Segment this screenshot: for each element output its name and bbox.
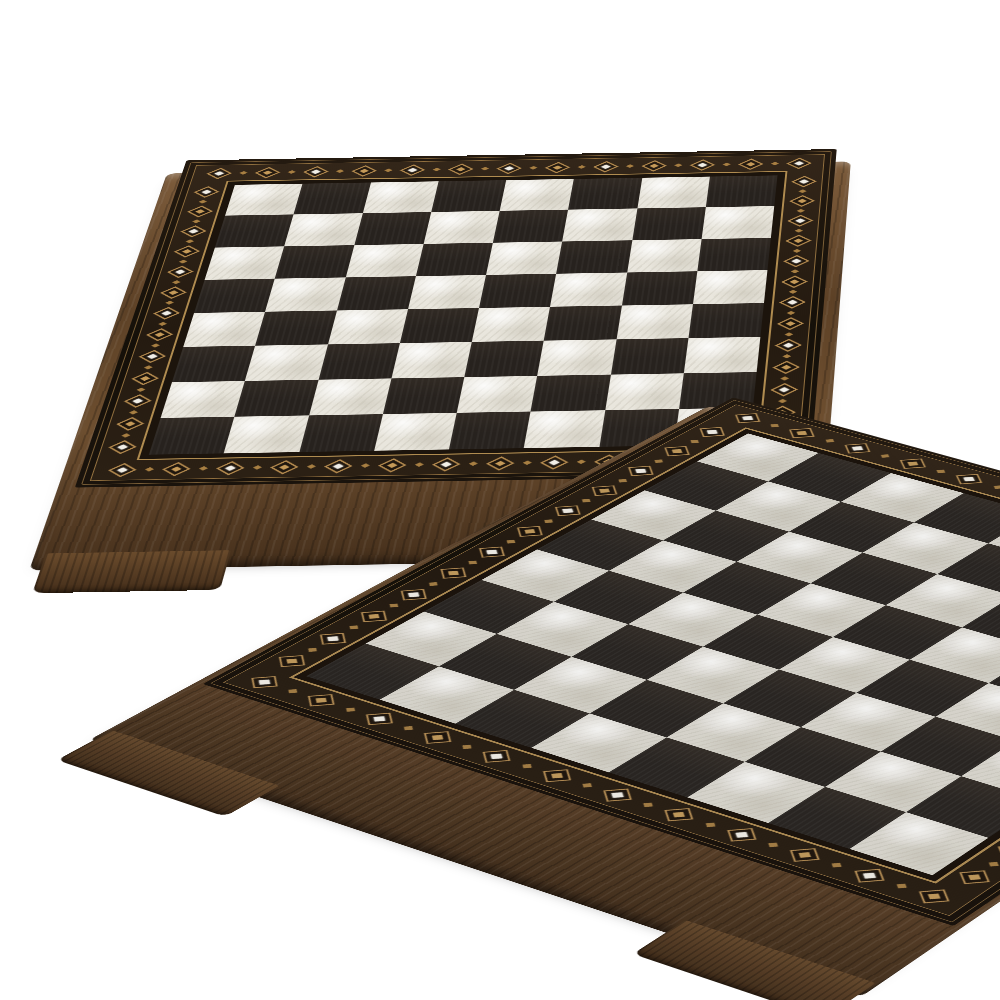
inlay-diamond-icon bbox=[361, 611, 387, 623]
square-a1 bbox=[149, 417, 235, 455]
inlay-dot-icon bbox=[770, 162, 778, 166]
inlay-dot-icon bbox=[192, 219, 200, 223]
inlay-dot-icon bbox=[349, 626, 358, 630]
inlay-diamond-icon bbox=[145, 328, 172, 341]
inlay-diamond-icon bbox=[555, 506, 581, 517]
inlay-dot-icon bbox=[198, 466, 207, 470]
inlay-dot-icon bbox=[186, 239, 194, 243]
inlay-diamond-icon bbox=[483, 750, 511, 763]
inlay-diamond-icon bbox=[123, 394, 151, 408]
inlay-dot-icon bbox=[674, 163, 682, 167]
inlay-dot-icon bbox=[896, 884, 906, 889]
inlay-dot-icon bbox=[287, 170, 295, 174]
inlay-diamond-icon bbox=[727, 828, 756, 841]
inlay-diamond-icon bbox=[424, 731, 452, 744]
inlay-dot-icon bbox=[577, 165, 585, 169]
square-b1 bbox=[224, 415, 309, 453]
square-b6 bbox=[275, 245, 354, 279]
inlay-dot-icon bbox=[545, 519, 554, 523]
inlay-diamond-icon bbox=[324, 459, 352, 473]
inlay-dot-icon bbox=[625, 164, 633, 168]
inlay-diamond-icon bbox=[689, 159, 714, 170]
inlay-dot-icon bbox=[289, 689, 298, 693]
inlay-diamond-icon bbox=[270, 460, 298, 474]
inlay-dot-icon bbox=[705, 823, 715, 827]
inlay-diamond-icon bbox=[138, 350, 165, 363]
inlay-diamond-icon bbox=[440, 568, 466, 579]
inlay-dot-icon bbox=[308, 648, 317, 652]
inlay-dot-icon bbox=[129, 410, 138, 414]
square-a2 bbox=[161, 381, 246, 418]
inlay-dot-icon bbox=[937, 470, 946, 473]
inlay-dot-icon bbox=[252, 465, 261, 469]
inlay-diamond-icon bbox=[162, 462, 190, 476]
inlay-dot-icon bbox=[239, 171, 247, 175]
inlay-diamond-icon bbox=[628, 466, 654, 476]
inlay-diamond-icon bbox=[206, 168, 231, 179]
inlay-dot-icon bbox=[881, 454, 890, 457]
inlay-dot-icon bbox=[429, 582, 438, 586]
inlay-diamond-icon bbox=[956, 474, 983, 484]
inlay-diamond-icon bbox=[544, 162, 569, 173]
inlay-diamond-icon bbox=[786, 157, 811, 168]
inlay-diamond-icon bbox=[592, 485, 618, 496]
inlay-diamond-icon bbox=[187, 206, 213, 218]
inlay-diamond-icon bbox=[900, 459, 926, 469]
inlay-diamond-icon bbox=[108, 463, 136, 477]
inlay-dot-icon bbox=[144, 467, 153, 471]
inlay-diamond-icon bbox=[699, 427, 724, 437]
chessboard-front bbox=[388, 192, 1000, 1000]
inlay-diamond-icon bbox=[366, 713, 393, 725]
inlay-diamond-icon bbox=[401, 589, 427, 600]
inlay-diamond-icon bbox=[251, 676, 278, 688]
inlay-diamond-icon bbox=[399, 164, 424, 175]
inlay-diamond-icon bbox=[959, 870, 990, 884]
inlay-dot-icon bbox=[529, 166, 537, 170]
inlay-diamond-icon bbox=[665, 808, 694, 821]
inlay-diamond-icon bbox=[216, 461, 244, 475]
inlay-diamond-icon bbox=[193, 186, 219, 198]
inlay-diamond-icon bbox=[254, 167, 279, 178]
inlay-diamond-icon bbox=[153, 307, 180, 320]
board-foot-left bbox=[32, 550, 231, 593]
inlay-diamond-icon bbox=[131, 372, 159, 385]
inlay-dot-icon bbox=[481, 167, 489, 171]
square-b3 bbox=[245, 345, 327, 381]
inlay-diamond-icon bbox=[496, 163, 521, 174]
inlay-diamond-icon bbox=[593, 161, 618, 172]
square-a5 bbox=[194, 279, 275, 313]
square-a8 bbox=[225, 184, 303, 216]
square-b4 bbox=[255, 310, 336, 345]
square-b7 bbox=[284, 213, 362, 246]
inlay-dot-icon bbox=[151, 344, 160, 348]
inlay-dot-icon bbox=[468, 561, 477, 565]
square-c1 bbox=[299, 414, 383, 452]
inlay-diamond-icon bbox=[844, 443, 870, 453]
inlay-diamond-icon bbox=[664, 446, 690, 456]
inlay-diamond-icon bbox=[735, 413, 760, 423]
inlay-diamond-icon bbox=[108, 440, 136, 454]
inlay-dot-icon bbox=[144, 365, 153, 369]
inlay-dot-icon bbox=[306, 464, 315, 468]
inlay-diamond-icon bbox=[173, 245, 199, 257]
inlay-dot-icon bbox=[172, 280, 180, 284]
inlay-dot-icon bbox=[137, 388, 146, 392]
square-a4 bbox=[183, 312, 265, 347]
inlay-dot-icon bbox=[463, 745, 472, 749]
inlay-dot-icon bbox=[346, 708, 355, 712]
square-c2 bbox=[309, 378, 392, 415]
inlay-dot-icon bbox=[832, 863, 842, 868]
inlay-diamond-icon bbox=[167, 266, 193, 278]
square-a3 bbox=[172, 346, 255, 382]
square-a6 bbox=[205, 246, 285, 280]
inlay-dot-icon bbox=[336, 169, 344, 173]
inlay-dot-icon bbox=[690, 440, 698, 443]
inlay-dot-icon bbox=[432, 168, 440, 172]
inlay-dot-icon bbox=[522, 764, 531, 768]
inlay-diamond-icon bbox=[603, 789, 632, 802]
square-b2 bbox=[235, 379, 319, 416]
inlay-diamond-icon bbox=[351, 165, 376, 176]
inlay-dot-icon bbox=[390, 604, 399, 608]
inlay-diamond-icon bbox=[180, 225, 206, 237]
square-b5 bbox=[265, 277, 345, 311]
square-b8 bbox=[294, 182, 371, 214]
inlay-diamond-icon bbox=[919, 889, 950, 903]
square-a7 bbox=[215, 215, 294, 248]
inlay-dot-icon bbox=[165, 301, 173, 305]
inlay-dot-icon bbox=[582, 783, 592, 787]
inlay-dot-icon bbox=[771, 424, 780, 427]
inlay-dot-icon bbox=[384, 169, 392, 173]
inlay-dot-icon bbox=[121, 433, 130, 437]
inlay-diamond-icon bbox=[789, 428, 815, 438]
inlay-diamond-icon bbox=[790, 848, 820, 862]
inlay-dot-icon bbox=[825, 439, 834, 442]
inlay-dot-icon bbox=[619, 479, 628, 482]
inlay-dot-icon bbox=[158, 322, 167, 326]
inlay-dot-icon bbox=[993, 485, 1000, 489]
inlay-dot-icon bbox=[179, 260, 187, 264]
inlay-diamond-icon bbox=[738, 158, 763, 169]
inlay-dot-icon bbox=[655, 459, 664, 462]
inlay-diamond-icon bbox=[641, 160, 666, 171]
inlay-dot-icon bbox=[644, 803, 654, 807]
inlay-diamond-icon bbox=[320, 633, 346, 645]
inlay-dot-icon bbox=[507, 540, 516, 544]
inlay-dot-icon bbox=[404, 726, 413, 730]
inlay-diamond-icon bbox=[479, 547, 505, 558]
inlay-dot-icon bbox=[768, 843, 778, 848]
inlay-diamond-icon bbox=[160, 286, 187, 298]
inlay-diamond-icon bbox=[116, 417, 144, 431]
inlay-diamond-icon bbox=[791, 176, 817, 188]
inlay-dot-icon bbox=[989, 862, 999, 867]
inlay-diamond-icon bbox=[854, 869, 884, 883]
inlay-diamond-icon bbox=[308, 694, 335, 706]
inlay-dot-icon bbox=[582, 499, 591, 503]
inlay-diamond-icon bbox=[517, 526, 543, 537]
inlay-diamond-icon bbox=[543, 769, 571, 782]
inlay-diamond-icon bbox=[279, 655, 305, 667]
inlay-dot-icon bbox=[722, 163, 730, 167]
inlay-diamond-icon bbox=[448, 163, 473, 174]
inlay-diamond-icon bbox=[303, 166, 328, 177]
inlay-dot-icon bbox=[360, 463, 369, 467]
inlay-dot-icon bbox=[199, 200, 207, 204]
scene bbox=[0, 0, 1000, 1000]
